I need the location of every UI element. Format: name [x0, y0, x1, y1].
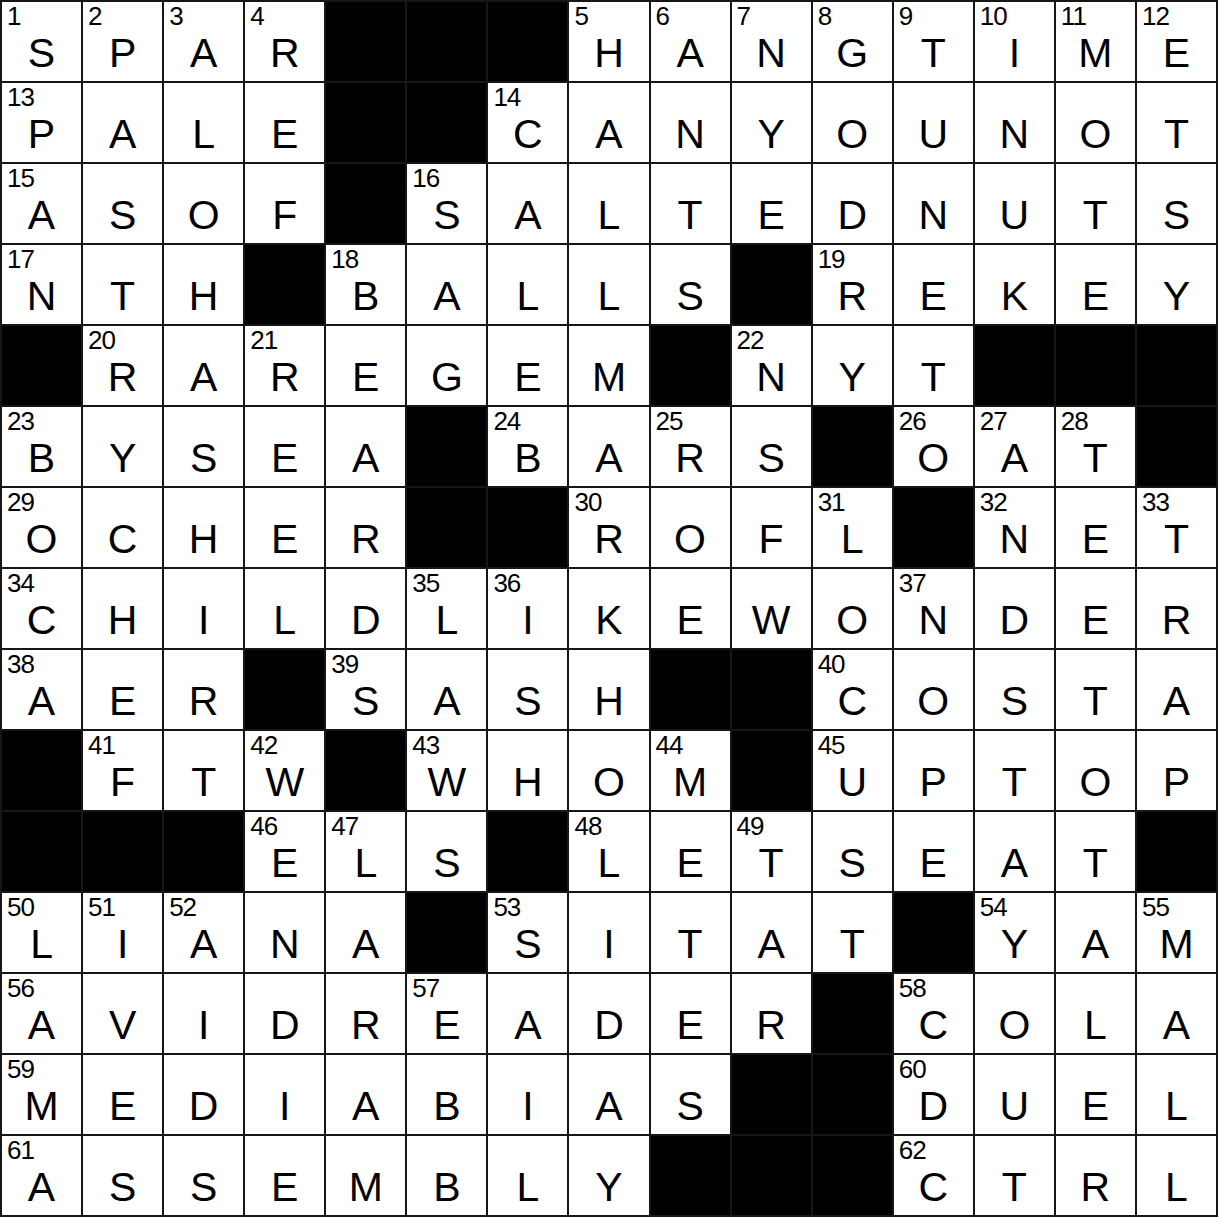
cell-r3c13[interactable]: U	[975, 164, 1054, 243]
cell-r8c11[interactable]: O	[813, 569, 892, 648]
cell-r7c9[interactable]: O	[651, 488, 730, 567]
cell-r15c12[interactable]: 62C	[894, 1136, 973, 1215]
cell-r14c5[interactable]: A	[326, 1055, 405, 1134]
cell-letter: N	[975, 114, 1054, 155]
cell-r1c1[interactable]: 1S	[2, 2, 81, 81]
cell-r5c3[interactable]: A	[164, 326, 243, 405]
cell-r15c3[interactable]: S	[164, 1136, 243, 1215]
clue-number: 60	[899, 1056, 926, 1083]
clue-number: 45	[818, 732, 845, 759]
clue-number: 30	[574, 489, 601, 516]
cell-r11c4[interactable]: 46E	[245, 812, 324, 891]
cell-letter: I	[83, 924, 162, 965]
cell-r7c10[interactable]: F	[732, 488, 811, 567]
cell-r3c12[interactable]: N	[894, 164, 973, 243]
cell-r11c14[interactable]: T	[1056, 812, 1135, 891]
cell-r13c7[interactable]: A	[488, 974, 567, 1053]
cell-r7c4[interactable]: E	[245, 488, 324, 567]
cell-r4c15[interactable]: Y	[1137, 245, 1216, 324]
clue-number: 2	[88, 3, 101, 30]
clue-number: 43	[412, 732, 439, 759]
cell-r14c13[interactable]: U	[975, 1055, 1054, 1134]
cell-letter: T	[651, 924, 730, 965]
cell-r3c7[interactable]: A	[488, 164, 567, 243]
cell-letter: A	[326, 1086, 405, 1127]
cell-r3c10[interactable]: E	[732, 164, 811, 243]
black-square-r5c13	[975, 326, 1054, 405]
cell-letter: S	[164, 438, 243, 479]
cell-letter: N	[732, 33, 811, 74]
clue-number: 38	[7, 651, 34, 678]
cell-r2c11[interactable]: O	[813, 83, 892, 162]
black-square-r9c4	[245, 650, 324, 729]
cell-r8c7[interactable]: 36I	[488, 569, 567, 648]
cell-letter: A	[83, 114, 162, 155]
cell-r12c7[interactable]: 53S	[488, 893, 567, 972]
cell-r6c3[interactable]: S	[164, 407, 243, 486]
black-square-r10c1	[2, 731, 81, 810]
cell-r8c8[interactable]: K	[569, 569, 648, 648]
clue-number: 36	[493, 570, 520, 597]
cell-r13c14[interactable]: L	[1056, 974, 1135, 1053]
cell-r12c3[interactable]: 52A	[164, 893, 243, 972]
cell-letter: G	[407, 357, 486, 398]
cell-r14c8[interactable]: A	[569, 1055, 648, 1134]
cell-r8c3[interactable]: I	[164, 569, 243, 648]
cell-letter: H	[488, 762, 567, 803]
clue-number: 62	[899, 1137, 926, 1164]
cell-r3c4[interactable]: F	[245, 164, 324, 243]
cell-r6c5[interactable]: A	[326, 407, 405, 486]
cell-letter: O	[1056, 114, 1135, 155]
cell-r3c2[interactable]: S	[83, 164, 162, 243]
cell-letter: H	[569, 681, 648, 722]
cell-r10c4[interactable]: 42W	[245, 731, 324, 810]
cell-r4c2[interactable]: T	[83, 245, 162, 324]
cell-r1c2[interactable]: 2P	[83, 2, 162, 81]
cell-letter: L	[407, 600, 486, 641]
cell-r13c6[interactable]: 57E	[407, 974, 486, 1053]
cell-r6c2[interactable]: Y	[83, 407, 162, 486]
cell-letter: A	[732, 924, 811, 965]
cell-letter: L	[569, 276, 648, 317]
cell-r8c5[interactable]: D	[326, 569, 405, 648]
cell-r15c15[interactable]: L	[1137, 1136, 1216, 1215]
cell-r8c13[interactable]: D	[975, 569, 1054, 648]
cell-r2c10[interactable]: Y	[732, 83, 811, 162]
cell-r5c12[interactable]: T	[894, 326, 973, 405]
cell-r9c13[interactable]: S	[975, 650, 1054, 729]
black-square-r5c1	[2, 326, 81, 405]
cell-r1c15[interactable]: 12E	[1137, 2, 1216, 81]
cell-r6c10[interactable]: S	[732, 407, 811, 486]
cell-r12c5[interactable]: A	[326, 893, 405, 972]
cell-r11c11[interactable]: S	[813, 812, 892, 891]
cell-r3c9[interactable]: T	[651, 164, 730, 243]
cell-letter: T	[894, 357, 973, 398]
cell-r11c5[interactable]: 47L	[326, 812, 405, 891]
cell-letter: D	[975, 600, 1054, 641]
cell-r12c8[interactable]: I	[569, 893, 648, 972]
cell-r15c8[interactable]: Y	[569, 1136, 648, 1215]
cell-letter: N	[732, 357, 811, 398]
cell-r6c7[interactable]: 24B	[488, 407, 567, 486]
black-square-r7c6	[407, 488, 486, 567]
cell-r8c6[interactable]: 35L	[407, 569, 486, 648]
cell-r12c14[interactable]: A	[1056, 893, 1135, 972]
clue-number: 24	[493, 408, 520, 435]
cell-r1c13[interactable]: 10I	[975, 2, 1054, 81]
cell-r12c9[interactable]: T	[651, 893, 730, 972]
clue-number: 34	[7, 570, 34, 597]
cell-r14c14[interactable]: E	[1056, 1055, 1135, 1134]
cell-r15c7[interactable]: L	[488, 1136, 567, 1215]
cell-letter: E	[651, 600, 730, 641]
cell-r12c13[interactable]: 54Y	[975, 893, 1054, 972]
cell-r15c14[interactable]: R	[1056, 1136, 1135, 1215]
clue-number: 18	[331, 246, 358, 273]
cell-letter: R	[245, 357, 324, 398]
cell-r10c12[interactable]: P	[894, 731, 973, 810]
clue-number: 21	[250, 327, 277, 354]
cell-r2c15[interactable]: T	[1137, 83, 1216, 162]
cell-r2c14[interactable]: O	[1056, 83, 1135, 162]
cell-r9c8[interactable]: H	[569, 650, 648, 729]
cell-letter: T	[975, 762, 1054, 803]
cell-letter: E	[245, 1167, 324, 1208]
cell-r11c10[interactable]: 49T	[732, 812, 811, 891]
cell-r4c14[interactable]: E	[1056, 245, 1135, 324]
cell-r14c15[interactable]: L	[1137, 1055, 1216, 1134]
cell-r8c9[interactable]: E	[651, 569, 730, 648]
cell-letter: G	[813, 33, 892, 74]
cell-r7c11[interactable]: 31L	[813, 488, 892, 567]
black-square-r4c4	[245, 245, 324, 324]
black-square-r12c6	[407, 893, 486, 972]
cell-r2c9[interactable]: N	[651, 83, 730, 162]
cell-letter: C	[894, 1005, 973, 1046]
cell-letter: L	[1137, 1167, 1216, 1208]
black-square-r7c7	[488, 488, 567, 567]
cell-r8c15[interactable]: R	[1137, 569, 1216, 648]
black-square-r7c12	[894, 488, 973, 567]
cell-r9c12[interactable]: O	[894, 650, 973, 729]
cell-r15c1[interactable]: 61A	[2, 1136, 81, 1215]
cell-r1c3[interactable]: 3A	[164, 2, 243, 81]
cell-r11c12[interactable]: E	[894, 812, 973, 891]
cell-r9c11[interactable]: 40C	[813, 650, 892, 729]
cell-r11c9[interactable]: E	[651, 812, 730, 891]
cell-r5c10[interactable]: 22N	[732, 326, 811, 405]
cell-r5c5[interactable]: E	[326, 326, 405, 405]
cell-r2c7[interactable]: 14C	[488, 83, 567, 162]
cell-r3c11[interactable]: D	[813, 164, 892, 243]
cell-letter: E	[1056, 1086, 1135, 1127]
cell-r2c13[interactable]: N	[975, 83, 1054, 162]
cell-r10c9[interactable]: 44M	[651, 731, 730, 810]
cell-r4c3[interactable]: H	[164, 245, 243, 324]
cell-r10c3[interactable]: T	[164, 731, 243, 810]
clue-number: 10	[980, 3, 1007, 30]
clue-number: 46	[250, 813, 277, 840]
cell-r2c3[interactable]: L	[164, 83, 243, 162]
cell-r13c15[interactable]: A	[1137, 974, 1216, 1053]
cell-r12c15[interactable]: 55M	[1137, 893, 1216, 972]
cell-r6c13[interactable]: 27A	[975, 407, 1054, 486]
cell-r8c4[interactable]: L	[245, 569, 324, 648]
clue-number: 57	[412, 975, 439, 1002]
cell-r9c6[interactable]: A	[407, 650, 486, 729]
cell-r1c4[interactable]: 4R	[245, 2, 324, 81]
cell-r9c7[interactable]: S	[488, 650, 567, 729]
cell-r14c7[interactable]: I	[488, 1055, 567, 1134]
cell-r1c10[interactable]: 7N	[732, 2, 811, 81]
clue-number: 7	[737, 3, 750, 30]
black-square-r5c9	[651, 326, 730, 405]
cell-r13c13[interactable]: O	[975, 974, 1054, 1053]
cell-r4c13[interactable]: K	[975, 245, 1054, 324]
cell-r12c10[interactable]: A	[732, 893, 811, 972]
cell-r7c1[interactable]: 29O	[2, 488, 81, 567]
cell-letter: S	[407, 843, 486, 884]
cell-letter: H	[164, 276, 243, 317]
cell-r6c8[interactable]: A	[569, 407, 648, 486]
cell-r12c4[interactable]: N	[245, 893, 324, 972]
cell-r11c13[interactable]: A	[975, 812, 1054, 891]
cell-letter: R	[651, 438, 730, 479]
cell-r12c2[interactable]: 51I	[83, 893, 162, 972]
cell-letter: I	[164, 600, 243, 641]
cell-r15c2[interactable]: S	[83, 1136, 162, 1215]
cell-letter: A	[164, 357, 243, 398]
cell-r9c14[interactable]: T	[1056, 650, 1135, 729]
cell-r4c1[interactable]: 17N	[2, 245, 81, 324]
cell-r9c2[interactable]: E	[83, 650, 162, 729]
cell-r3c6[interactable]: 16S	[407, 164, 486, 243]
cell-r13c5[interactable]: R	[326, 974, 405, 1053]
cell-r9c1[interactable]: 38A	[2, 650, 81, 729]
cell-r3c8[interactable]: L	[569, 164, 648, 243]
black-square-r11c7	[488, 812, 567, 891]
cell-letter: E	[83, 681, 162, 722]
cell-letter: D	[569, 1005, 648, 1046]
cell-r1c12[interactable]: 9T	[894, 2, 973, 81]
cell-r5c7[interactable]: E	[488, 326, 567, 405]
cell-r10c15[interactable]: P	[1137, 731, 1216, 810]
cell-r10c14[interactable]: O	[1056, 731, 1135, 810]
cell-letter: U	[894, 114, 973, 155]
cell-r3c1[interactable]: 15A	[2, 164, 81, 243]
cell-r10c6[interactable]: 43W	[407, 731, 486, 810]
cell-r15c5[interactable]: M	[326, 1136, 405, 1215]
cell-letter: U	[975, 195, 1054, 236]
black-square-r11c15	[1137, 812, 1216, 891]
cell-r7c13[interactable]: 32N	[975, 488, 1054, 567]
cell-letter: F	[245, 195, 324, 236]
cell-r4c6[interactable]: A	[407, 245, 486, 324]
cell-r3c3[interactable]: O	[164, 164, 243, 243]
cell-letter: E	[732, 195, 811, 236]
cell-r7c14[interactable]: E	[1056, 488, 1135, 567]
cell-r6c4[interactable]: E	[245, 407, 324, 486]
cell-r5c11[interactable]: Y	[813, 326, 892, 405]
clue-number: 48	[574, 813, 601, 840]
clue-number: 4	[250, 3, 263, 30]
cell-r9c3[interactable]: R	[164, 650, 243, 729]
cell-letter: Y	[975, 924, 1054, 965]
cell-r8c14[interactable]: E	[1056, 569, 1135, 648]
cell-r14c4[interactable]: I	[245, 1055, 324, 1134]
cell-r10c8[interactable]: O	[569, 731, 648, 810]
cell-letter: H	[164, 519, 243, 560]
cell-r4c11[interactable]: 19R	[813, 245, 892, 324]
cell-r4c12[interactable]: E	[894, 245, 973, 324]
cell-r11c6[interactable]: S	[407, 812, 486, 891]
cell-r3c14[interactable]: T	[1056, 164, 1135, 243]
cell-r3c15[interactable]: S	[1137, 164, 1216, 243]
cell-letter: A	[407, 276, 486, 317]
clue-number: 61	[7, 1137, 34, 1164]
cell-r13c8[interactable]: D	[569, 974, 648, 1053]
clue-number: 3	[169, 3, 182, 30]
cell-letter: H	[83, 600, 162, 641]
cell-r5c2[interactable]: 20R	[83, 326, 162, 405]
cell-r8c12[interactable]: 37N	[894, 569, 973, 648]
cell-r1c11[interactable]: 8G	[813, 2, 892, 81]
clue-number: 15	[7, 165, 34, 192]
cell-r9c15[interactable]: A	[1137, 650, 1216, 729]
cell-r10c13[interactable]: T	[975, 731, 1054, 810]
cell-r7c8[interactable]: 30R	[569, 488, 648, 567]
cell-r15c13[interactable]: T	[975, 1136, 1054, 1215]
cell-r14c1[interactable]: 59M	[2, 1055, 81, 1134]
cell-letter: E	[1056, 519, 1135, 560]
cell-r7c15[interactable]: 33T	[1137, 488, 1216, 567]
black-square-r12c12	[894, 893, 973, 972]
cell-r8c2[interactable]: H	[83, 569, 162, 648]
cell-r9c5[interactable]: 39S	[326, 650, 405, 729]
cell-r6c14[interactable]: 28T	[1056, 407, 1135, 486]
cell-r6c1[interactable]: 23B	[2, 407, 81, 486]
cell-letter: L	[488, 276, 567, 317]
cell-r7c5[interactable]: R	[326, 488, 405, 567]
cell-r14c12[interactable]: 60D	[894, 1055, 973, 1134]
cell-r12c11[interactable]: T	[813, 893, 892, 972]
clue-number: 5	[574, 3, 587, 30]
clue-number: 47	[331, 813, 358, 840]
cell-r2c8[interactable]: A	[569, 83, 648, 162]
cell-r4c9[interactable]: S	[651, 245, 730, 324]
cell-r10c7[interactable]: H	[488, 731, 567, 810]
cell-letter: S	[83, 1167, 162, 1208]
cell-r14c2[interactable]: E	[83, 1055, 162, 1134]
cell-r5c4[interactable]: 21R	[245, 326, 324, 405]
clue-number: 41	[88, 732, 115, 759]
cell-letter: L	[569, 195, 648, 236]
cell-letter: R	[326, 519, 405, 560]
cell-r7c3[interactable]: H	[164, 488, 243, 567]
cell-r14c9[interactable]: S	[651, 1055, 730, 1134]
cell-r15c6[interactable]: B	[407, 1136, 486, 1215]
black-square-r2c6	[407, 83, 486, 162]
clue-number: 59	[7, 1056, 34, 1083]
cell-r4c5[interactable]: 18B	[326, 245, 405, 324]
clue-number: 20	[88, 327, 115, 354]
cell-letter: T	[83, 276, 162, 317]
clue-number: 14	[493, 84, 520, 111]
cell-r11c8[interactable]: 48L	[569, 812, 648, 891]
cell-r10c2[interactable]: 41F	[83, 731, 162, 810]
cell-r2c1[interactable]: 13P	[2, 83, 81, 162]
cell-letter: O	[894, 681, 973, 722]
cell-r13c4[interactable]: D	[245, 974, 324, 1053]
black-square-r1c5	[326, 2, 405, 81]
cell-r4c7[interactable]: L	[488, 245, 567, 324]
cell-r5c6[interactable]: G	[407, 326, 486, 405]
cell-letter: A	[2, 1167, 81, 1208]
cell-r13c9[interactable]: E	[651, 974, 730, 1053]
cell-letter: A	[1137, 681, 1216, 722]
clue-number: 53	[493, 894, 520, 921]
cell-r6c9[interactable]: 25R	[651, 407, 730, 486]
cell-r10c11[interactable]: 45U	[813, 731, 892, 810]
cell-r13c12[interactable]: 58C	[894, 974, 973, 1053]
cell-r8c10[interactable]: W	[732, 569, 811, 648]
clue-number: 54	[980, 894, 1007, 921]
clue-number: 8	[818, 3, 831, 30]
cell-letter: D	[245, 1005, 324, 1046]
cell-letter: M	[651, 762, 730, 803]
cell-letter: E	[407, 1005, 486, 1046]
cell-letter: T	[894, 33, 973, 74]
cell-r12c1[interactable]: 50L	[2, 893, 81, 972]
cell-r4c8[interactable]: L	[569, 245, 648, 324]
cell-letter: S	[2, 33, 81, 74]
cell-letter: U	[813, 762, 892, 803]
cell-r8c1[interactable]: 34C	[2, 569, 81, 648]
cell-r14c6[interactable]: B	[407, 1055, 486, 1134]
cell-r13c2[interactable]: V	[83, 974, 162, 1053]
cell-letter: T	[732, 843, 811, 884]
cell-r2c4[interactable]: E	[245, 83, 324, 162]
cell-r13c1[interactable]: 56A	[2, 974, 81, 1053]
cell-r6c12[interactable]: 26O	[894, 407, 973, 486]
black-square-r9c9	[651, 650, 730, 729]
cell-r2c12[interactable]: U	[894, 83, 973, 162]
cell-r2c2[interactable]: A	[83, 83, 162, 162]
black-square-r15c11	[813, 1136, 892, 1215]
cell-r1c8[interactable]: 5H	[569, 2, 648, 81]
cell-r14c3[interactable]: D	[164, 1055, 243, 1134]
cell-r5c8[interactable]: M	[569, 326, 648, 405]
cell-r15c4[interactable]: E	[245, 1136, 324, 1215]
cell-letter: N	[975, 519, 1054, 560]
cell-letter: K	[975, 276, 1054, 317]
cell-r13c10[interactable]: R	[732, 974, 811, 1053]
black-square-r5c15	[1137, 326, 1216, 405]
cell-letter: S	[975, 681, 1054, 722]
cell-letter: H	[569, 33, 648, 74]
cell-r1c14[interactable]: 11M	[1056, 2, 1135, 81]
cell-r7c2[interactable]: C	[83, 488, 162, 567]
cell-letter: S	[813, 843, 892, 884]
cell-r1c9[interactable]: 6A	[651, 2, 730, 81]
cell-letter: A	[651, 33, 730, 74]
black-square-r2c5	[326, 83, 405, 162]
cell-r13c3[interactable]: I	[164, 974, 243, 1053]
black-square-r9c10	[732, 650, 811, 729]
cell-letter: E	[245, 519, 324, 560]
